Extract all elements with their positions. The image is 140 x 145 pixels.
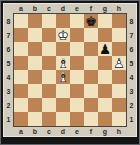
rank-label-1: 1 [7,116,11,123]
square-a7[interactable] [14,28,28,42]
square-b5[interactable] [28,56,42,70]
square-d3[interactable] [56,84,70,98]
square-d6[interactable] [56,42,70,56]
square-c1[interactable] [42,112,56,126]
square-g4[interactable] [98,70,112,84]
square-b1[interactable] [28,112,42,126]
square-a2[interactable] [14,98,28,112]
square-c6[interactable] [42,42,56,56]
square-d2[interactable] [56,98,70,112]
square-h6[interactable] [112,42,126,56]
square-d8[interactable] [56,14,70,28]
frame-corner [127,127,136,136]
square-d5[interactable]: ♝♗ [56,56,70,70]
square-h2[interactable] [112,98,126,112]
file-label-f: f [90,5,92,12]
rank-label-6: 6 [7,46,11,53]
square-a6[interactable] [14,42,28,56]
square-f6[interactable] [84,42,98,56]
rank-label-8: 8 [7,18,11,25]
square-g2[interactable] [98,98,112,112]
square-h1[interactable] [112,112,126,126]
rank-label-2: 2 [130,102,134,109]
file-label-d: d [61,128,65,135]
square-h7[interactable] [112,28,126,42]
square-b8[interactable] [28,14,42,28]
rank-label-5: 5 [7,60,11,67]
square-e8[interactable] [70,14,84,28]
square-d4[interactable]: ♝♗ [56,70,70,84]
square-b4[interactable] [28,70,42,84]
square-b2[interactable] [28,98,42,112]
file-label-a: a [19,128,23,135]
file-label-f: f [90,128,92,135]
file-label-e: e [75,128,79,135]
file-labels-bottom: abcdefgh [13,127,127,136]
file-label-c: c [47,128,51,135]
square-g5[interactable] [98,56,112,70]
board-frame: abcdefgh 87654321 ♚♚♔♟♝♗♟♙♝♗ 87654321 ab… [3,3,137,137]
square-f4[interactable] [84,70,98,84]
square-c2[interactable] [42,98,56,112]
square-f7[interactable] [84,28,98,42]
square-e7[interactable] [70,28,84,42]
square-e4[interactable] [70,70,84,84]
square-c4[interactable] [42,70,56,84]
file-label-d: d [61,5,65,12]
file-label-a: a [19,5,23,12]
black-king: ♚ [84,14,98,28]
square-f2[interactable] [84,98,98,112]
file-label-g: g [103,5,107,12]
square-b3[interactable] [28,84,42,98]
rank-label-3: 3 [7,88,11,95]
square-b7[interactable] [28,28,42,42]
white-bishop: ♝♗ [56,70,70,84]
square-a5[interactable] [14,56,28,70]
square-f3[interactable] [84,84,98,98]
frame-corner [127,4,136,13]
file-label-c: c [47,5,51,12]
square-e1[interactable] [70,112,84,126]
square-h3[interactable] [112,84,126,98]
rank-label-4: 4 [7,74,11,81]
square-g7[interactable] [98,28,112,42]
black-pawn: ♟ [98,42,112,56]
square-h5[interactable]: ♟♙ [112,56,126,70]
file-label-h: h [117,5,121,12]
square-e3[interactable] [70,84,84,98]
square-g1[interactable] [98,112,112,126]
white-pawn: ♟♙ [112,56,126,70]
square-e6[interactable] [70,42,84,56]
square-h8[interactable] [112,14,126,28]
square-c7[interactable] [42,28,56,42]
rank-label-7: 7 [7,32,11,39]
square-a1[interactable] [14,112,28,126]
square-g6[interactable]: ♟ [98,42,112,56]
square-f1[interactable] [84,112,98,126]
rank-label-1: 1 [130,116,134,123]
file-label-h: h [117,128,121,135]
square-e2[interactable] [70,98,84,112]
square-g3[interactable] [98,84,112,98]
file-label-b: b [33,128,37,135]
square-c8[interactable] [42,14,56,28]
square-c5[interactable] [42,56,56,70]
square-f5[interactable] [84,56,98,70]
white-bishop: ♝♗ [56,56,70,70]
square-h4[interactable] [112,70,126,84]
square-b6[interactable] [28,42,42,56]
board: ♚♚♔♟♝♗♟♙♝♗ [13,13,127,127]
rank-label-6: 6 [130,46,134,53]
rank-label-2: 2 [7,102,11,109]
file-label-e: e [75,5,79,12]
white-king: ♚♔ [56,28,70,42]
chessboard: abcdefgh 87654321 ♚♚♔♟♝♗♟♙♝♗ 87654321 ab… [0,0,140,145]
square-c3[interactable] [42,84,56,98]
square-g8[interactable] [98,14,112,28]
square-d1[interactable] [56,112,70,126]
file-labels-top: abcdefgh [13,4,127,13]
file-label-g: g [103,128,107,135]
rank-label-3: 3 [130,88,134,95]
rank-label-4: 4 [130,74,134,81]
file-label-b: b [33,5,37,12]
rank-labels-right: 87654321 [127,13,136,127]
square-a3[interactable] [14,84,28,98]
rank-labels-left: 87654321 [4,13,13,127]
rank-label-5: 5 [130,60,134,67]
rank-label-8: 8 [130,18,134,25]
square-d7[interactable]: ♚♔ [56,28,70,42]
square-f8[interactable]: ♚ [84,14,98,28]
rank-label-7: 7 [130,32,134,39]
frame-corner [4,4,13,13]
square-e5[interactable] [70,56,84,70]
square-a8[interactable] [14,14,28,28]
square-a4[interactable] [14,70,28,84]
frame-corner [4,127,13,136]
